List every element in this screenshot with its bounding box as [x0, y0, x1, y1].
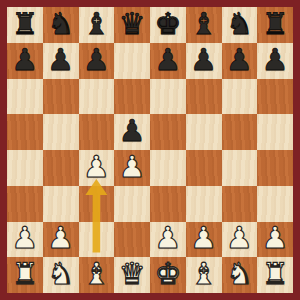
- square-e1[interactable]: ♚: [150, 257, 186, 293]
- square-f3[interactable]: [186, 186, 222, 222]
- piece-white-rook-h1[interactable]: ♜: [262, 259, 289, 289]
- square-b5[interactable]: [43, 114, 79, 150]
- square-f7[interactable]: ♟: [186, 43, 222, 79]
- piece-white-pawn-d4[interactable]: ♟: [119, 152, 146, 182]
- square-a7[interactable]: ♟: [7, 43, 43, 79]
- square-a4[interactable]: [7, 150, 43, 186]
- square-g5[interactable]: [222, 114, 258, 150]
- piece-black-queen-d8[interactable]: ♛: [119, 9, 146, 39]
- square-h1[interactable]: ♜: [257, 257, 293, 293]
- piece-black-rook-a8[interactable]: ♜: [11, 9, 38, 39]
- piece-white-king-e1[interactable]: ♚: [154, 259, 181, 289]
- piece-white-pawn-h2[interactable]: ♟: [262, 223, 289, 253]
- chess-board: ♜♞♝♛♚♝♞♜♟♟♟♟♟♟♟♟♟♟♟♟♟♟♟♟♜♞♝♛♚♝♞♜: [0, 0, 300, 300]
- square-c4[interactable]: ♟: [79, 150, 115, 186]
- piece-white-pawn-e2[interactable]: ♟: [154, 223, 181, 253]
- piece-white-pawn-a2[interactable]: ♟: [11, 223, 38, 253]
- piece-black-pawn-a7[interactable]: ♟: [11, 45, 38, 75]
- square-g8[interactable]: ♞: [222, 7, 258, 43]
- piece-black-pawn-d5[interactable]: ♟: [119, 116, 146, 146]
- square-f4[interactable]: [186, 150, 222, 186]
- square-h6[interactable]: [257, 79, 293, 115]
- square-b3[interactable]: [43, 186, 79, 222]
- square-a8[interactable]: ♜: [7, 7, 43, 43]
- square-g7[interactable]: ♟: [222, 43, 258, 79]
- square-a5[interactable]: [7, 114, 43, 150]
- square-b6[interactable]: [43, 79, 79, 115]
- square-h3[interactable]: [257, 186, 293, 222]
- square-c5[interactable]: [79, 114, 115, 150]
- piece-black-pawn-e7[interactable]: ♟: [154, 45, 181, 75]
- piece-black-knight-b8[interactable]: ♞: [47, 9, 74, 39]
- square-e8[interactable]: ♚: [150, 7, 186, 43]
- square-c3[interactable]: [79, 186, 115, 222]
- square-d4[interactable]: ♟: [114, 150, 150, 186]
- square-c6[interactable]: [79, 79, 115, 115]
- square-b8[interactable]: ♞: [43, 7, 79, 43]
- piece-white-knight-b1[interactable]: ♞: [47, 259, 74, 289]
- square-b2[interactable]: ♟: [43, 222, 79, 258]
- square-g1[interactable]: ♞: [222, 257, 258, 293]
- square-h7[interactable]: ♟: [257, 43, 293, 79]
- square-e7[interactable]: ♟: [150, 43, 186, 79]
- square-h8[interactable]: ♜: [257, 7, 293, 43]
- square-h2[interactable]: ♟: [257, 222, 293, 258]
- square-d2[interactable]: [114, 222, 150, 258]
- square-a3[interactable]: [7, 186, 43, 222]
- piece-black-bishop-f8[interactable]: ♝: [190, 9, 217, 39]
- square-e4[interactable]: [150, 150, 186, 186]
- square-d1[interactable]: ♛: [114, 257, 150, 293]
- square-e5[interactable]: [150, 114, 186, 150]
- piece-black-pawn-b7[interactable]: ♟: [47, 45, 74, 75]
- piece-white-knight-g1[interactable]: ♞: [226, 259, 253, 289]
- square-g6[interactable]: [222, 79, 258, 115]
- square-e6[interactable]: [150, 79, 186, 115]
- square-b7[interactable]: ♟: [43, 43, 79, 79]
- square-d5[interactable]: ♟: [114, 114, 150, 150]
- square-b4[interactable]: [43, 150, 79, 186]
- piece-black-knight-g8[interactable]: ♞: [226, 9, 253, 39]
- square-g4[interactable]: [222, 150, 258, 186]
- piece-white-bishop-c1[interactable]: ♝: [83, 259, 110, 289]
- square-b1[interactable]: ♞: [43, 257, 79, 293]
- square-c7[interactable]: ♟: [79, 43, 115, 79]
- piece-white-pawn-f2[interactable]: ♟: [190, 223, 217, 253]
- square-d8[interactable]: ♛: [114, 7, 150, 43]
- piece-white-pawn-g2[interactable]: ♟: [226, 223, 253, 253]
- square-g3[interactable]: [222, 186, 258, 222]
- board-squares: ♜♞♝♛♚♝♞♜♟♟♟♟♟♟♟♟♟♟♟♟♟♟♟♟♜♞♝♛♚♝♞♜: [7, 7, 293, 293]
- square-e3[interactable]: [150, 186, 186, 222]
- square-d6[interactable]: [114, 79, 150, 115]
- piece-black-pawn-g7[interactable]: ♟: [226, 45, 253, 75]
- board-playing-area: ♜♞♝♛♚♝♞♜♟♟♟♟♟♟♟♟♟♟♟♟♟♟♟♟♜♞♝♛♚♝♞♜: [7, 7, 293, 293]
- piece-black-king-e8[interactable]: ♚: [154, 9, 181, 39]
- piece-white-pawn-c4[interactable]: ♟: [83, 152, 110, 182]
- piece-black-pawn-h7[interactable]: ♟: [262, 45, 289, 75]
- piece-black-bishop-c8[interactable]: ♝: [83, 9, 110, 39]
- square-e2[interactable]: ♟: [150, 222, 186, 258]
- piece-white-rook-a1[interactable]: ♜: [11, 259, 38, 289]
- square-c8[interactable]: ♝: [79, 7, 115, 43]
- square-d3[interactable]: [114, 186, 150, 222]
- square-g2[interactable]: ♟: [222, 222, 258, 258]
- square-a1[interactable]: ♜: [7, 257, 43, 293]
- square-h5[interactable]: [257, 114, 293, 150]
- piece-black-rook-h8[interactable]: ♜: [262, 9, 289, 39]
- piece-white-bishop-f1[interactable]: ♝: [190, 259, 217, 289]
- square-a6[interactable]: [7, 79, 43, 115]
- piece-black-pawn-c7[interactable]: ♟: [83, 45, 110, 75]
- square-f1[interactable]: ♝: [186, 257, 222, 293]
- square-c1[interactable]: ♝: [79, 257, 115, 293]
- square-f5[interactable]: [186, 114, 222, 150]
- piece-white-pawn-b2[interactable]: ♟: [47, 223, 74, 253]
- square-d7[interactable]: [114, 43, 150, 79]
- square-f8[interactable]: ♝: [186, 7, 222, 43]
- piece-black-pawn-f7[interactable]: ♟: [190, 45, 217, 75]
- square-c2[interactable]: [79, 222, 115, 258]
- square-f2[interactable]: ♟: [186, 222, 222, 258]
- piece-white-queen-d1[interactable]: ♛: [119, 259, 146, 289]
- square-a2[interactable]: ♟: [7, 222, 43, 258]
- square-h4[interactable]: [257, 150, 293, 186]
- square-f6[interactable]: [186, 79, 222, 115]
